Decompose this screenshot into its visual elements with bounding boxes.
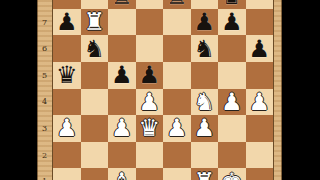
white-rook[interactable]: ♜ — [191, 168, 219, 180]
square-a6[interactable] — [53, 35, 81, 62]
white-pawn[interactable]: ♟ — [53, 115, 81, 142]
square-h6[interactable]: ♟ — [246, 35, 274, 62]
square-c6[interactable] — [108, 35, 136, 62]
square-b5[interactable] — [81, 62, 109, 89]
square-e7[interactable] — [163, 9, 191, 36]
white-pawn[interactable]: ♟ — [246, 89, 274, 116]
square-c3[interactable]: ♟ — [108, 115, 136, 142]
square-h7[interactable] — [246, 9, 274, 36]
square-f1[interactable]: ♜ — [191, 168, 219, 180]
white-pawn[interactable]: ♟ — [191, 115, 219, 142]
chess-board: ♜♜♚♟♜♟♟♞♞♟♛♟♟♟♞♟♟♟♟♛♟♟♝♜♚ — [52, 0, 274, 180]
square-h8[interactable] — [246, 0, 274, 9]
square-e4[interactable] — [163, 89, 191, 116]
square-g1[interactable]: ♚ — [218, 168, 246, 180]
square-h5[interactable] — [246, 62, 274, 89]
square-c8[interactable]: ♜ — [108, 0, 136, 9]
square-g4[interactable]: ♟ — [218, 89, 246, 116]
black-pawn[interactable]: ♟ — [191, 9, 219, 36]
square-d2[interactable] — [136, 142, 164, 169]
square-h1[interactable] — [246, 168, 274, 180]
square-d4[interactable]: ♟ — [136, 89, 164, 116]
rank-label: 4 — [37, 89, 52, 116]
square-c7[interactable] — [108, 9, 136, 36]
square-e5[interactable] — [163, 62, 191, 89]
square-d7[interactable] — [136, 9, 164, 36]
black-queen[interactable]: ♛ — [53, 62, 81, 89]
square-h4[interactable]: ♟ — [246, 89, 274, 116]
rank-label: 7 — [37, 9, 52, 36]
square-g2[interactable] — [218, 142, 246, 169]
square-a7[interactable]: ♟ — [53, 9, 81, 36]
square-c2[interactable] — [108, 142, 136, 169]
rank-label: 2 — [37, 142, 52, 169]
square-d8[interactable] — [136, 0, 164, 9]
black-rook[interactable]: ♜ — [163, 0, 191, 9]
black-pawn[interactable]: ♟ — [53, 9, 81, 36]
square-b6[interactable]: ♞ — [81, 35, 109, 62]
square-d5[interactable]: ♟ — [136, 62, 164, 89]
rank-label: 3 — [37, 115, 52, 142]
square-d1[interactable] — [136, 168, 164, 180]
square-a1[interactable] — [53, 168, 81, 180]
chess-diagram: 87654321 ♜♜♚♟♜♟♟♞♞♟♛♟♟♟♞♟♟♟♟♛♟♟♝♜♚ — [0, 0, 320, 180]
square-f2[interactable] — [191, 142, 219, 169]
square-b1[interactable] — [81, 168, 109, 180]
black-pawn[interactable]: ♟ — [246, 35, 274, 62]
square-f7[interactable]: ♟ — [191, 9, 219, 36]
square-b2[interactable] — [81, 142, 109, 169]
square-e3[interactable]: ♟ — [163, 115, 191, 142]
square-h3[interactable] — [246, 115, 274, 142]
white-pawn[interactable]: ♟ — [108, 115, 136, 142]
rank-label: 1 — [37, 168, 52, 180]
white-king[interactable]: ♚ — [218, 168, 246, 180]
square-c1[interactable]: ♝ — [108, 168, 136, 180]
black-pawn[interactable]: ♟ — [218, 9, 246, 36]
square-c4[interactable] — [108, 89, 136, 116]
rank-label: 8 — [37, 0, 52, 9]
square-e2[interactable] — [163, 142, 191, 169]
black-pawn[interactable]: ♟ — [108, 62, 136, 89]
rank-labels-column: 87654321 — [37, 0, 52, 180]
square-b4[interactable] — [81, 89, 109, 116]
white-pawn[interactable]: ♟ — [218, 89, 246, 116]
rank-label: 5 — [37, 62, 52, 89]
square-f6[interactable]: ♞ — [191, 35, 219, 62]
square-f4[interactable]: ♞ — [191, 89, 219, 116]
square-b3[interactable] — [81, 115, 109, 142]
square-g6[interactable] — [218, 35, 246, 62]
square-g5[interactable] — [218, 62, 246, 89]
white-pawn[interactable]: ♟ — [136, 89, 164, 116]
white-knight[interactable]: ♞ — [191, 89, 219, 116]
square-g3[interactable] — [218, 115, 246, 142]
square-g7[interactable]: ♟ — [218, 9, 246, 36]
square-d3[interactable]: ♛ — [136, 115, 164, 142]
square-b7[interactable]: ♜ — [81, 9, 109, 36]
square-c5[interactable]: ♟ — [108, 62, 136, 89]
square-e6[interactable] — [163, 35, 191, 62]
black-rook[interactable]: ♜ — [108, 0, 136, 9]
square-e1[interactable] — [163, 168, 191, 180]
white-queen[interactable]: ♛ — [136, 115, 164, 142]
black-knight[interactable]: ♞ — [81, 35, 109, 62]
square-a4[interactable] — [53, 89, 81, 116]
square-a3[interactable]: ♟ — [53, 115, 81, 142]
white-bishop[interactable]: ♝ — [108, 168, 136, 180]
square-f3[interactable]: ♟ — [191, 115, 219, 142]
black-knight[interactable]: ♞ — [191, 35, 219, 62]
square-e8[interactable]: ♜ — [163, 0, 191, 9]
rank-label: 6 — [37, 35, 52, 62]
square-d6[interactable] — [136, 35, 164, 62]
square-h2[interactable] — [246, 142, 274, 169]
black-pawn[interactable]: ♟ — [136, 62, 164, 89]
square-a5[interactable]: ♛ — [53, 62, 81, 89]
square-a2[interactable] — [53, 142, 81, 169]
square-f5[interactable] — [191, 62, 219, 89]
white-rook[interactable]: ♜ — [81, 9, 109, 36]
white-pawn[interactable]: ♟ — [163, 115, 191, 142]
